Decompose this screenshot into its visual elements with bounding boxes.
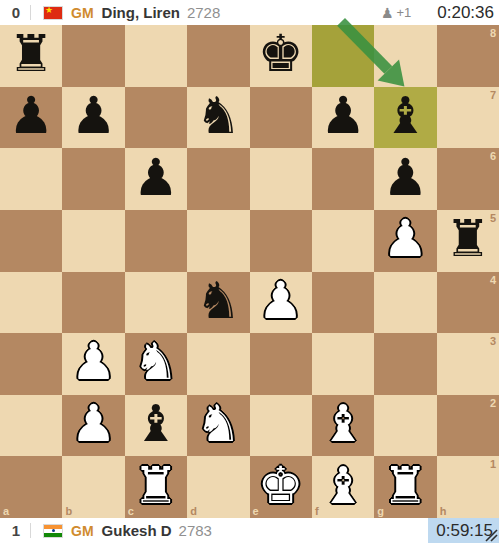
square-f8[interactable] <box>312 25 374 87</box>
white-king-icon[interactable]: ♚ <box>250 454 312 516</box>
square-f1[interactable]: f♝ <box>312 456 374 518</box>
square-g2[interactable] <box>374 395 436 457</box>
square-h3[interactable]: 3 <box>437 333 499 395</box>
square-b6[interactable] <box>62 148 124 210</box>
separator <box>30 5 31 20</box>
square-d5[interactable] <box>187 210 249 272</box>
rank-label-4: 4 <box>490 274 496 286</box>
square-e7[interactable] <box>250 87 312 149</box>
square-e1[interactable]: e♚ <box>250 456 312 518</box>
black-bishop-icon[interactable]: ♝ <box>374 85 436 147</box>
square-b3[interactable]: ♟ <box>62 333 124 395</box>
square-e8[interactable]: ♚ <box>250 25 312 87</box>
rank-label-2: 2 <box>490 397 496 409</box>
rank-label-1: 1 <box>490 458 496 470</box>
square-h8[interactable]: 8 <box>437 25 499 87</box>
black-king-icon[interactable]: ♚ <box>250 23 312 85</box>
rank-label-7: 7 <box>490 89 496 101</box>
square-b8[interactable] <box>62 25 124 87</box>
square-c3[interactable]: ♞ <box>125 333 187 395</box>
file-label-a: a <box>3 505 9 517</box>
square-d1[interactable]: d <box>187 456 249 518</box>
square-e5[interactable] <box>250 210 312 272</box>
square-a2[interactable] <box>0 395 62 457</box>
square-a5[interactable] <box>0 210 62 272</box>
square-c4[interactable] <box>125 272 187 334</box>
square-f6[interactable] <box>312 148 374 210</box>
square-g8[interactable] <box>374 25 436 87</box>
square-e4[interactable]: ♟ <box>250 272 312 334</box>
square-f3[interactable] <box>312 333 374 395</box>
square-c7[interactable] <box>125 87 187 149</box>
square-g1[interactable]: g♜ <box>374 456 436 518</box>
white-pawn-icon[interactable]: ♟ <box>62 331 124 393</box>
flag-star-icon: ★ <box>45 4 53 16</box>
square-e6[interactable] <box>250 148 312 210</box>
india-flag-icon <box>44 525 62 537</box>
rank-label-6: 6 <box>490 150 496 162</box>
square-a4[interactable] <box>0 272 62 334</box>
bottom-player-title: GM <box>71 523 94 539</box>
white-bishop-icon[interactable]: ♝ <box>312 393 374 455</box>
black-pawn-icon[interactable]: ♟ <box>374 146 436 208</box>
square-f7[interactable]: ♟ <box>312 87 374 149</box>
square-g7[interactable]: ♝ <box>374 87 436 149</box>
square-h2[interactable]: 2 <box>437 395 499 457</box>
square-c8[interactable] <box>125 25 187 87</box>
square-b2[interactable]: ♟ <box>62 395 124 457</box>
square-e2[interactable] <box>250 395 312 457</box>
pawn-icon: ♟ <box>381 6 394 20</box>
bottom-player-rating: 2783 <box>179 522 212 539</box>
square-c1[interactable]: c♜ <box>125 456 187 518</box>
rank-label-8: 8 <box>490 27 496 39</box>
black-knight-icon[interactable]: ♞ <box>187 85 249 147</box>
top-player-bar: 0 ★ GM Ding, Liren 2728 ♟ +1 0:20:36 <box>0 0 499 25</box>
top-player-clock: 0:20:36 <box>437 3 494 23</box>
top-player-score: 0 <box>6 4 26 21</box>
square-a7[interactable]: ♟ <box>0 87 62 149</box>
white-pawn-icon[interactable]: ♟ <box>250 270 312 332</box>
square-b5[interactable] <box>62 210 124 272</box>
broadcast-board-widget: 0 ★ GM Ding, Liren 2728 ♟ +1 0:20:36 ♜♚8… <box>0 0 499 543</box>
square-f2[interactable]: ♝ <box>312 395 374 457</box>
square-a6[interactable] <box>0 148 62 210</box>
black-knight-icon[interactable]: ♞ <box>187 270 249 332</box>
square-d8[interactable] <box>187 25 249 87</box>
black-rook-icon[interactable]: ♜ <box>0 23 62 85</box>
square-a8[interactable]: ♜ <box>0 25 62 87</box>
material-value: +1 <box>396 5 411 20</box>
square-g3[interactable] <box>374 333 436 395</box>
file-label-b: b <box>65 505 72 517</box>
square-d4[interactable]: ♞ <box>187 272 249 334</box>
square-h5[interactable]: 5♜ <box>437 210 499 272</box>
square-d3[interactable] <box>187 333 249 395</box>
square-b1[interactable]: b <box>62 456 124 518</box>
white-bishop-icon[interactable]: ♝ <box>312 454 374 516</box>
white-pawn-icon[interactable]: ♟ <box>374 208 436 270</box>
square-a3[interactable] <box>0 333 62 395</box>
square-f4[interactable] <box>312 272 374 334</box>
file-label-h: h <box>440 505 447 517</box>
square-a1[interactable]: a <box>0 456 62 518</box>
chess-board[interactable]: ♜♚8♟♟♞♟♝7♟♟6♟5♜♞♟4♟♞3♟♝♞♝2abc♜de♚f♝g♜1h <box>0 25 499 518</box>
white-pawn-icon[interactable]: ♟ <box>62 393 124 455</box>
bottom-player-name: Gukesh D <box>102 522 172 539</box>
material-advantage: ♟ +1 <box>381 5 411 20</box>
square-h6[interactable]: 6 <box>437 148 499 210</box>
square-e3[interactable] <box>250 333 312 395</box>
white-knight-icon[interactable]: ♞ <box>125 331 187 393</box>
square-h7[interactable]: 7 <box>437 87 499 149</box>
file-label-d: d <box>190 505 197 517</box>
square-d7[interactable]: ♞ <box>187 87 249 149</box>
square-g4[interactable] <box>374 272 436 334</box>
black-pawn-icon[interactable]: ♟ <box>125 146 187 208</box>
square-g6[interactable]: ♟ <box>374 148 436 210</box>
square-c2[interactable]: ♝ <box>125 395 187 457</box>
square-f5[interactable] <box>312 210 374 272</box>
square-c6[interactable]: ♟ <box>125 148 187 210</box>
square-c5[interactable] <box>125 210 187 272</box>
rank-label-3: 3 <box>490 335 496 347</box>
square-h1[interactable]: 1h <box>437 456 499 518</box>
black-rook-icon[interactable]: ♜ <box>437 208 499 270</box>
white-rook-icon[interactable]: ♜ <box>125 454 187 516</box>
bottom-player-bar: 1 GM Gukesh D 2783 0:59:15 <box>0 518 499 543</box>
white-knight-icon[interactable]: ♞ <box>187 393 249 455</box>
square-d2[interactable]: ♞ <box>187 395 249 457</box>
black-pawn-icon[interactable]: ♟ <box>0 85 62 147</box>
square-d6[interactable] <box>187 148 249 210</box>
resize-grip-icon[interactable] <box>483 527 498 542</box>
bottom-player-score: 1 <box>6 522 26 539</box>
separator <box>30 523 31 538</box>
black-pawn-icon[interactable]: ♟ <box>62 85 124 147</box>
top-player-name: Ding, Liren <box>102 4 180 21</box>
square-b7[interactable]: ♟ <box>62 87 124 149</box>
top-player-title: GM <box>71 5 94 21</box>
square-b4[interactable] <box>62 272 124 334</box>
black-pawn-icon[interactable]: ♟ <box>312 85 374 147</box>
square-g5[interactable]: ♟ <box>374 210 436 272</box>
chakra-icon <box>52 529 55 532</box>
square-h4[interactable]: 4 <box>437 272 499 334</box>
top-player-rating: 2728 <box>187 4 220 21</box>
china-flag-icon: ★ <box>44 7 62 19</box>
black-bishop-icon[interactable]: ♝ <box>125 393 187 455</box>
white-rook-icon[interactable]: ♜ <box>374 454 436 516</box>
